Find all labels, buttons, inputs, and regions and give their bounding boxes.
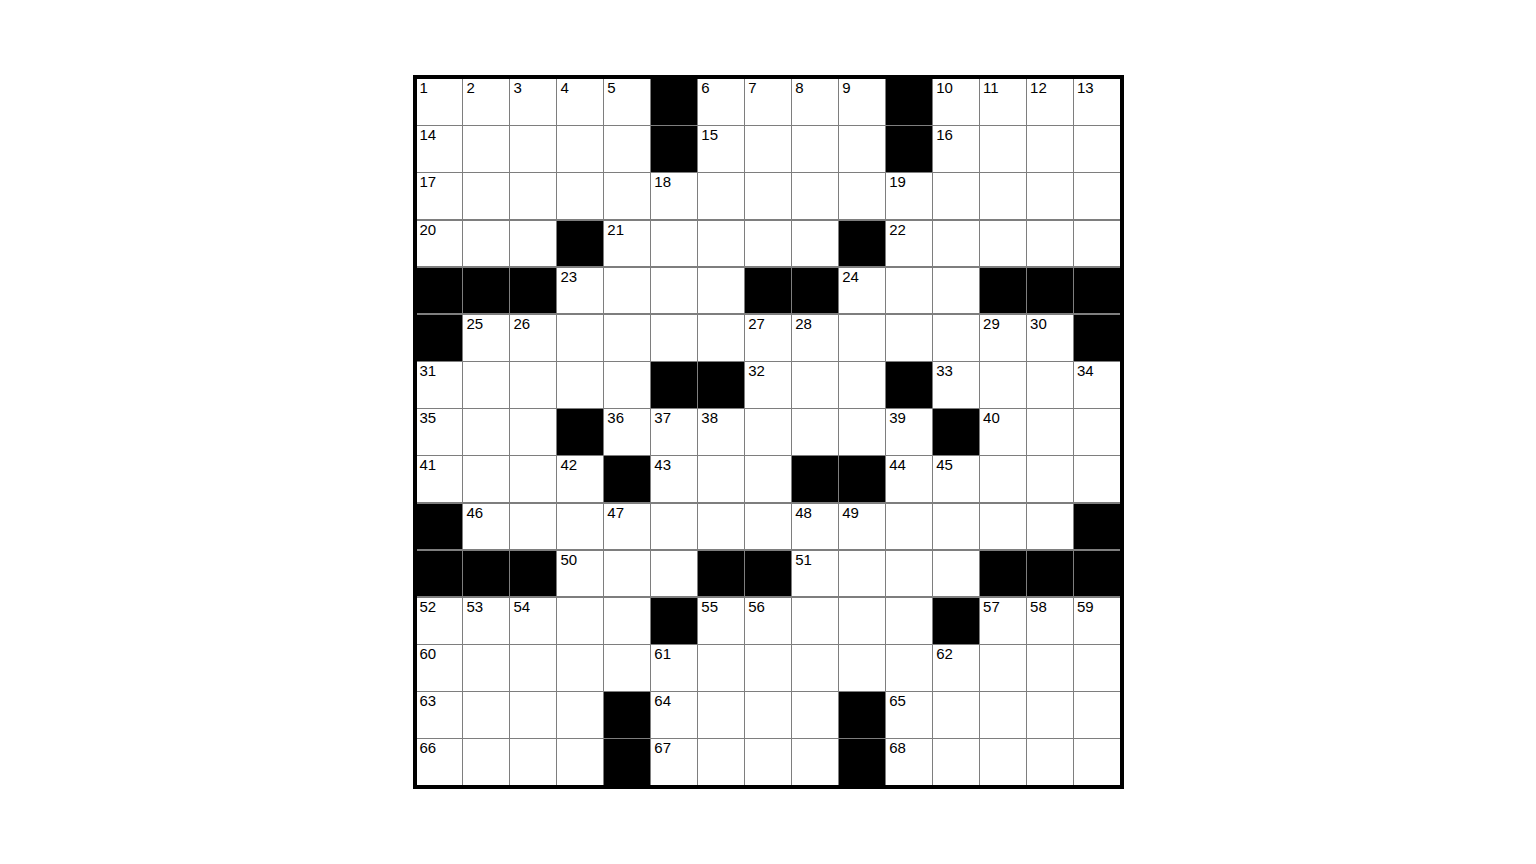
cell-r13c11[interactable]: [886, 645, 931, 691]
cell-r14c6[interactable]: 64: [651, 692, 696, 738]
cell-r1c2[interactable]: 2: [463, 79, 508, 125]
cell-r14c4[interactable]: [557, 692, 602, 738]
cell-r2c2[interactable]: [463, 126, 508, 172]
cell-r3c9[interactable]: [792, 173, 837, 219]
cell-r11c8-black: [745, 551, 790, 597]
cell-r3c2[interactable]: [463, 173, 508, 219]
cell-r14c13[interactable]: [980, 692, 1025, 738]
cell-r1c9[interactable]: 8: [792, 79, 837, 125]
cell-r5c3-black: [510, 268, 555, 314]
clue-number: 42: [560, 457, 577, 473]
cell-r2c4[interactable]: [557, 126, 602, 172]
cell-r11c1-black: [417, 551, 462, 597]
clue-number: 34: [1077, 363, 1094, 379]
cell-r9c14[interactable]: [1027, 456, 1072, 502]
clue-number: 63: [420, 693, 437, 709]
cell-r11c10[interactable]: [839, 551, 884, 597]
clue-number: 54: [513, 599, 530, 615]
cell-r12c5[interactable]: [604, 598, 649, 644]
cell-r12c8[interactable]: 56: [745, 598, 790, 644]
cell-r10c8[interactable]: [745, 504, 790, 550]
clue-number: 47: [607, 505, 624, 521]
clue-number: 8: [795, 80, 803, 96]
clue-number: 60: [420, 646, 437, 662]
cell-r5c8-black: [745, 268, 790, 314]
cell-r6c4[interactable]: [557, 315, 602, 361]
cell-r8c5[interactable]: 36: [604, 409, 649, 455]
clue-number: 35: [420, 410, 437, 426]
cell-r6c9[interactable]: 28: [792, 315, 837, 361]
cell-r12c3[interactable]: 54: [510, 598, 555, 644]
cell-r2c3[interactable]: [510, 126, 555, 172]
cell-r11c4[interactable]: 50: [557, 551, 602, 597]
cell-r8c10[interactable]: [839, 409, 884, 455]
cell-r2c5[interactable]: [604, 126, 649, 172]
cell-r8c12-black: [933, 409, 978, 455]
cell-r15c4[interactable]: [557, 739, 602, 785]
clue-number: 68: [889, 740, 906, 756]
cell-r14c12[interactable]: [933, 692, 978, 738]
cell-r4c13[interactable]: [980, 221, 1025, 267]
cell-r1c3[interactable]: 3: [510, 79, 555, 125]
cell-r14c11[interactable]: 65: [886, 692, 931, 738]
cell-r3c6[interactable]: 18: [651, 173, 696, 219]
cell-r9c5-black: [604, 456, 649, 502]
clue-number: 59: [1077, 599, 1094, 615]
cell-r9c10-black: [839, 456, 884, 502]
cell-r13c12[interactable]: 62: [933, 645, 978, 691]
cell-r4c9[interactable]: [792, 221, 837, 267]
clue-number: 53: [466, 599, 483, 615]
cell-r10c2[interactable]: 46: [463, 504, 508, 550]
cell-r3c7[interactable]: [698, 173, 743, 219]
cell-r6c8[interactable]: 27: [745, 315, 790, 361]
cell-r3c14[interactable]: [1027, 173, 1072, 219]
cell-r7c15[interactable]: 34: [1074, 362, 1119, 408]
cell-r4c10-black: [839, 221, 884, 267]
clue-number: 41: [420, 457, 437, 473]
clue-number: 49: [842, 505, 859, 521]
cell-r9c7[interactable]: [698, 456, 743, 502]
cell-r7c12[interactable]: 33: [933, 362, 978, 408]
clue-number: 4: [560, 80, 568, 96]
cell-r4c15[interactable]: [1074, 221, 1119, 267]
clue-number: 18: [654, 174, 671, 190]
cell-r5c14-black: [1027, 268, 1072, 314]
cell-r4c11[interactable]: 22: [886, 221, 931, 267]
cell-r3c5[interactable]: [604, 173, 649, 219]
clue-number: 66: [420, 740, 437, 756]
cell-r3c13[interactable]: [980, 173, 1025, 219]
clue-number: 7: [748, 80, 756, 96]
cell-r8c8[interactable]: [745, 409, 790, 455]
cell-r11c13-black: [980, 551, 1025, 597]
cell-r9c4[interactable]: 42: [557, 456, 602, 502]
cell-r11c7-black: [698, 551, 743, 597]
clue-number: 50: [560, 552, 577, 568]
cell-r4c5[interactable]: 21: [604, 221, 649, 267]
cell-r3c3[interactable]: [510, 173, 555, 219]
cell-r15c9[interactable]: [792, 739, 837, 785]
cell-r7c6-black: [651, 362, 696, 408]
cell-r11c5[interactable]: [604, 551, 649, 597]
cell-r12c1[interactable]: 52: [417, 598, 462, 644]
cell-r12c6-black: [651, 598, 696, 644]
cell-r8c3[interactable]: [510, 409, 555, 455]
cell-r5c11[interactable]: [886, 268, 931, 314]
cell-r1c4[interactable]: 4: [557, 79, 602, 125]
cell-r9c11[interactable]: 44: [886, 456, 931, 502]
cell-r12c12-black: [933, 598, 978, 644]
cell-r5c10[interactable]: 24: [839, 268, 884, 314]
clue-number: 33: [936, 363, 953, 379]
cell-r9c8[interactable]: [745, 456, 790, 502]
clue-number: 11: [983, 80, 999, 96]
cell-r7c3[interactable]: [510, 362, 555, 408]
cell-r4c6[interactable]: [651, 221, 696, 267]
cell-r10c12[interactable]: [933, 504, 978, 550]
clue-number: 30: [1030, 316, 1047, 332]
cell-r10c9[interactable]: 48: [792, 504, 837, 550]
cell-r13c9[interactable]: [792, 645, 837, 691]
cell-r13c3[interactable]: [510, 645, 555, 691]
cell-r7c10[interactable]: [839, 362, 884, 408]
cell-r9c3[interactable]: [510, 456, 555, 502]
cell-r3c10[interactable]: [839, 173, 884, 219]
clue-number: 39: [889, 410, 906, 426]
cell-r12c11[interactable]: [886, 598, 931, 644]
cell-r6c14[interactable]: 30: [1027, 315, 1072, 361]
clue-number: 20: [420, 222, 437, 238]
cell-r11c6[interactable]: [651, 551, 696, 597]
cell-r15c14[interactable]: [1027, 739, 1072, 785]
cell-r1c8[interactable]: 7: [745, 79, 790, 125]
cell-r5c9-black: [792, 268, 837, 314]
clue-number: 37: [654, 410, 671, 426]
clue-number: 23: [560, 269, 577, 285]
clue-number: 36: [607, 410, 624, 426]
cell-r15c7[interactable]: [698, 739, 743, 785]
clue-number: 3: [513, 80, 521, 96]
clue-number: 48: [795, 505, 812, 521]
cell-r12c15[interactable]: 59: [1074, 598, 1119, 644]
cell-r8c14[interactable]: [1027, 409, 1072, 455]
cell-r15c3[interactable]: [510, 739, 555, 785]
cell-r1c12[interactable]: 10: [933, 79, 978, 125]
cell-r6c5[interactable]: [604, 315, 649, 361]
clue-number: 56: [748, 599, 765, 615]
cell-r15c6[interactable]: 67: [651, 739, 696, 785]
cell-r8c4-black: [557, 409, 602, 455]
cell-r7c1[interactable]: 31: [417, 362, 462, 408]
cell-r5c6[interactable]: [651, 268, 696, 314]
cell-r14c10-black: [839, 692, 884, 738]
cell-r8c2[interactable]: [463, 409, 508, 455]
cell-r9c15[interactable]: [1074, 456, 1119, 502]
clue-number: 62: [936, 646, 953, 662]
cell-r11c3-black: [510, 551, 555, 597]
cell-r6c2[interactable]: 25: [463, 315, 508, 361]
clue-number: 28: [795, 316, 812, 332]
cell-r8c1[interactable]: 35: [417, 409, 462, 455]
cell-r7c14[interactable]: [1027, 362, 1072, 408]
cell-r6c6[interactable]: [651, 315, 696, 361]
cell-r9c12[interactable]: 45: [933, 456, 978, 502]
cell-r10c14[interactable]: [1027, 504, 1072, 550]
cell-r14c3[interactable]: [510, 692, 555, 738]
cell-r6c1-black: [417, 315, 462, 361]
cell-r2c9[interactable]: [792, 126, 837, 172]
cell-r14c5-black: [604, 692, 649, 738]
cell-r14c9[interactable]: [792, 692, 837, 738]
cell-r10c13[interactable]: [980, 504, 1025, 550]
cell-r7c13[interactable]: [980, 362, 1025, 408]
cell-r5c5[interactable]: [604, 268, 649, 314]
cell-r8c11[interactable]: 39: [886, 409, 931, 455]
clue-number: 52: [420, 599, 437, 615]
cell-r3c11[interactable]: 19: [886, 173, 931, 219]
cell-r10c10[interactable]: 49: [839, 504, 884, 550]
cell-r2c13[interactable]: [980, 126, 1025, 172]
cell-r5c15-black: [1074, 268, 1119, 314]
cell-r10c4[interactable]: [557, 504, 602, 550]
clue-number: 31: [420, 363, 437, 379]
clue-number: 25: [466, 316, 483, 332]
cell-r2c7[interactable]: 15: [698, 126, 743, 172]
cell-r9c9-black: [792, 456, 837, 502]
clue-number: 61: [654, 646, 671, 662]
cell-r6c15-black: [1074, 315, 1119, 361]
cell-r14c8[interactable]: [745, 692, 790, 738]
cell-r9c6[interactable]: 43: [651, 456, 696, 502]
cell-r4c7[interactable]: [698, 221, 743, 267]
cell-r6c13[interactable]: 29: [980, 315, 1025, 361]
clue-number: 51: [795, 552, 812, 568]
cell-r13c4[interactable]: [557, 645, 602, 691]
cell-r2c12[interactable]: 16: [933, 126, 978, 172]
cell-r3c12[interactable]: [933, 173, 978, 219]
cell-r8c6[interactable]: 37: [651, 409, 696, 455]
clue-number: 65: [889, 693, 906, 709]
clue-number: 27: [748, 316, 765, 332]
cell-r9c2[interactable]: [463, 456, 508, 502]
clue-number: 1: [420, 80, 428, 96]
cell-r13c6[interactable]: 61: [651, 645, 696, 691]
cell-r14c2[interactable]: [463, 692, 508, 738]
cell-r11c15-black: [1074, 551, 1119, 597]
clue-number: 67: [654, 740, 671, 756]
cell-r1c14[interactable]: 12: [1027, 79, 1072, 125]
cell-r10c11[interactable]: [886, 504, 931, 550]
clue-number: 29: [983, 316, 1000, 332]
clue-number: 45: [936, 457, 953, 473]
cell-r6c11[interactable]: [886, 315, 931, 361]
cell-r4c8[interactable]: [745, 221, 790, 267]
cell-r14c15[interactable]: [1074, 692, 1119, 738]
cell-r1c13[interactable]: 11: [980, 79, 1025, 125]
cell-r10c1-black: [417, 504, 462, 550]
cell-r11c9[interactable]: 51: [792, 551, 837, 597]
cell-r2c15[interactable]: [1074, 126, 1119, 172]
cell-r12c10[interactable]: [839, 598, 884, 644]
cell-r4c1[interactable]: 20: [417, 221, 462, 267]
cell-r1c5[interactable]: 5: [604, 79, 649, 125]
clue-number: 12: [1030, 80, 1047, 96]
cell-r1c10[interactable]: 9: [839, 79, 884, 125]
clue-number: 14: [420, 127, 437, 143]
cell-r9c13[interactable]: [980, 456, 1025, 502]
cell-r13c5[interactable]: [604, 645, 649, 691]
cell-r4c4-black: [557, 221, 602, 267]
cell-r3c15[interactable]: [1074, 173, 1119, 219]
cell-r10c5[interactable]: 47: [604, 504, 649, 550]
cell-r5c2-black: [463, 268, 508, 314]
cell-r1c15[interactable]: 13: [1074, 79, 1119, 125]
cell-r2c6-black: [651, 126, 696, 172]
cell-r15c12[interactable]: [933, 739, 978, 785]
cell-r13c7[interactable]: [698, 645, 743, 691]
clue-number: 6: [701, 80, 709, 96]
cell-r15c10-black: [839, 739, 884, 785]
cell-r11c2-black: [463, 551, 508, 597]
cell-r2c8[interactable]: [745, 126, 790, 172]
cell-r11c14-black: [1027, 551, 1072, 597]
cell-r15c5-black: [604, 739, 649, 785]
cell-r13c2[interactable]: [463, 645, 508, 691]
cell-r3c4[interactable]: [557, 173, 602, 219]
cell-r3c1[interactable]: 17: [417, 173, 462, 219]
cell-r12c9[interactable]: [792, 598, 837, 644]
cell-r4c14[interactable]: [1027, 221, 1072, 267]
cell-r4c3[interactable]: [510, 221, 555, 267]
clue-number: 64: [654, 693, 671, 709]
clue-number: 40: [983, 410, 1000, 426]
cell-r5c12[interactable]: [933, 268, 978, 314]
clue-number: 15: [701, 127, 718, 143]
cell-r7c5[interactable]: [604, 362, 649, 408]
cell-r5c4[interactable]: 23: [557, 268, 602, 314]
cell-r9c1[interactable]: 41: [417, 456, 462, 502]
cell-r15c11[interactable]: 68: [886, 739, 931, 785]
crossword-board: 1234567891011121314151617181920212223242…: [413, 75, 1124, 789]
cell-r2c10[interactable]: [839, 126, 884, 172]
cell-r8c9[interactable]: [792, 409, 837, 455]
cell-r3c8[interactable]: [745, 173, 790, 219]
clue-number: 57: [983, 599, 1000, 615]
cell-r15c13[interactable]: [980, 739, 1025, 785]
cell-r12c7[interactable]: 55: [698, 598, 743, 644]
cell-r4c2[interactable]: [463, 221, 508, 267]
cell-r6c10[interactable]: [839, 315, 884, 361]
cell-r13c10[interactable]: [839, 645, 884, 691]
cell-r6c7[interactable]: [698, 315, 743, 361]
cell-r1c1[interactable]: 1: [417, 79, 462, 125]
cell-r7c11-black: [886, 362, 931, 408]
cell-r8c13[interactable]: 40: [980, 409, 1025, 455]
cell-r15c1[interactable]: 66: [417, 739, 462, 785]
cell-r10c3[interactable]: [510, 504, 555, 550]
cell-r14c7[interactable]: [698, 692, 743, 738]
cell-r12c14[interactable]: 58: [1027, 598, 1072, 644]
cell-r14c14[interactable]: [1027, 692, 1072, 738]
cell-r12c2[interactable]: 53: [463, 598, 508, 644]
cell-r15c8[interactable]: [745, 739, 790, 785]
cell-r7c8[interactable]: 32: [745, 362, 790, 408]
cell-r1c6-black: [651, 79, 696, 125]
clue-number: 22: [889, 222, 906, 238]
cell-r2c1[interactable]: 14: [417, 126, 462, 172]
cell-r7c9[interactable]: [792, 362, 837, 408]
clue-number: 32: [748, 363, 765, 379]
clue-number: 24: [842, 269, 859, 285]
cell-r4c12[interactable]: [933, 221, 978, 267]
cell-r6c12[interactable]: [933, 315, 978, 361]
cell-r8c7[interactable]: 38: [698, 409, 743, 455]
cell-r14c1[interactable]: 63: [417, 692, 462, 738]
cell-r13c8[interactable]: [745, 645, 790, 691]
cell-r8c15[interactable]: [1074, 409, 1119, 455]
cell-r12c4[interactable]: [557, 598, 602, 644]
clue-number: 5: [607, 80, 615, 96]
cell-r6c3[interactable]: 26: [510, 315, 555, 361]
cell-r10c7[interactable]: [698, 504, 743, 550]
clue-number: 16: [936, 127, 953, 143]
clue-number: 58: [1030, 599, 1047, 615]
clue-number: 21: [607, 222, 624, 238]
cell-r15c2[interactable]: [463, 739, 508, 785]
clue-number: 10: [936, 80, 953, 96]
cell-r5c7[interactable]: [698, 268, 743, 314]
clue-number: 44: [889, 457, 906, 473]
cell-r11c11[interactable]: [886, 551, 931, 597]
cell-r13c14[interactable]: [1027, 645, 1072, 691]
clue-number: 46: [466, 505, 483, 521]
clue-number: 55: [701, 599, 718, 615]
cell-r5c1-black: [417, 268, 462, 314]
cell-r12c13[interactable]: 57: [980, 598, 1025, 644]
cell-r10c15-black: [1074, 504, 1119, 550]
cell-r1c7[interactable]: 6: [698, 79, 743, 125]
cell-r2c11-black: [886, 126, 931, 172]
cell-r13c15[interactable]: [1074, 645, 1119, 691]
cell-r2c14[interactable]: [1027, 126, 1072, 172]
clue-number: 9: [842, 80, 850, 96]
cell-r1c11-black: [886, 79, 931, 125]
cell-r5c13-black: [980, 268, 1025, 314]
cell-r7c2[interactable]: [463, 362, 508, 408]
clue-number: 17: [420, 174, 437, 190]
clue-number: 13: [1077, 80, 1094, 96]
clue-number: 38: [701, 410, 718, 426]
clue-number: 19: [889, 174, 906, 190]
clue-number: 2: [466, 80, 474, 96]
cell-r10c6[interactable]: [651, 504, 696, 550]
clue-number: 43: [654, 457, 671, 473]
cell-r11c12[interactable]: [933, 551, 978, 597]
cell-r7c7-black: [698, 362, 743, 408]
cell-r7c4[interactable]: [557, 362, 602, 408]
clue-number: 26: [513, 316, 530, 332]
cell-r13c1[interactable]: 60: [417, 645, 462, 691]
cell-r15c15[interactable]: [1074, 739, 1119, 785]
cell-r13c13[interactable]: [980, 645, 1025, 691]
